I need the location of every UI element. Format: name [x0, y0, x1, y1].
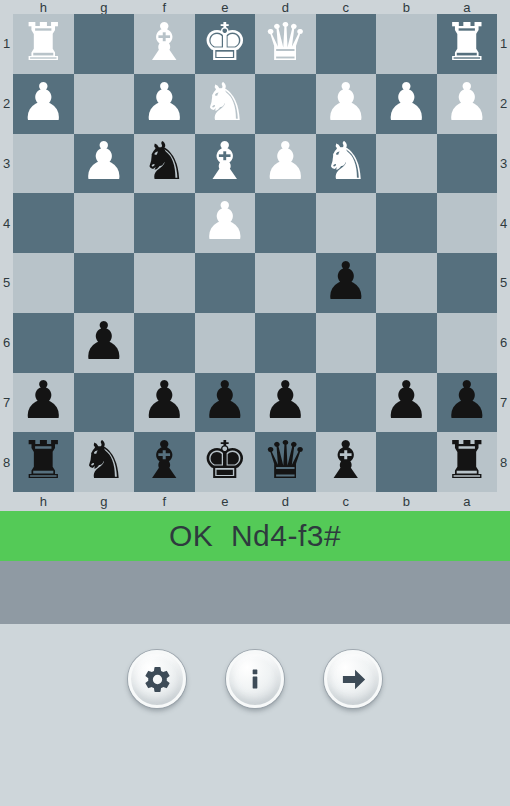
file-label-b: b [376, 0, 437, 14]
file-label-c: c [316, 0, 377, 14]
board-corner [497, 492, 510, 511]
file-label-e: e [195, 0, 256, 14]
status-bar: OK Nd4-f3# [0, 511, 510, 561]
chess-board: hgfedcba1♜♝♚♛♜12♟♟♞♟♟♟23♟♞♝♟♞34♟45♟56♟67… [0, 0, 510, 511]
square-h1[interactable]: ♜ [13, 14, 74, 74]
black-queen: ♛ [262, 434, 309, 486]
square-h4[interactable] [13, 193, 74, 253]
square-a7[interactable]: ♟ [437, 373, 498, 433]
square-d6[interactable] [255, 313, 316, 373]
next-button[interactable] [324, 650, 382, 708]
white-queen: ♛ [262, 16, 309, 68]
square-d2[interactable] [255, 74, 316, 134]
file-label-bottom-e: e [195, 492, 256, 511]
rank-label-right-8: 8 [497, 432, 510, 492]
file-label-bottom-a: a [437, 492, 498, 511]
black-pawn: ♟ [201, 374, 248, 426]
square-d4[interactable] [255, 193, 316, 253]
file-label-bottom-c: c [316, 492, 377, 511]
white-pawn: ♟ [80, 135, 127, 187]
file-label-h: h [13, 0, 74, 14]
square-h7[interactable]: ♟ [13, 373, 74, 433]
square-e2[interactable]: ♞ [195, 74, 256, 134]
square-f3[interactable]: ♞ [134, 134, 195, 194]
black-pawn: ♟ [322, 255, 369, 307]
file-label-bottom-h: h [13, 492, 74, 511]
black-bishop: ♝ [322, 434, 369, 486]
chess-app-screen: hgfedcba1♜♝♚♛♜12♟♟♞♟♟♟23♟♞♝♟♞34♟45♟56♟67… [0, 0, 510, 806]
rank-label-left-7: 7 [0, 373, 13, 433]
file-label-d: d [255, 0, 316, 14]
square-h2[interactable]: ♟ [13, 74, 74, 134]
settings-button[interactable] [128, 650, 186, 708]
white-pawn: ♟ [383, 76, 430, 128]
white-pawn: ♟ [201, 195, 248, 247]
square-b3[interactable] [376, 134, 437, 194]
square-b4[interactable] [376, 193, 437, 253]
square-e5[interactable] [195, 253, 256, 313]
board-corner [0, 492, 13, 511]
file-label-bottom-d: d [255, 492, 316, 511]
white-pawn: ♟ [443, 76, 490, 128]
move-list-panel [0, 561, 510, 624]
black-pawn: ♟ [383, 374, 430, 426]
square-h5[interactable] [13, 253, 74, 313]
square-e3[interactable]: ♝ [195, 134, 256, 194]
square-g7[interactable] [74, 373, 135, 433]
square-a1[interactable]: ♜ [437, 14, 498, 74]
white-pawn: ♟ [322, 76, 369, 128]
square-f4[interactable] [134, 193, 195, 253]
square-e1[interactable]: ♚ [195, 14, 256, 74]
black-pawn: ♟ [443, 374, 490, 426]
square-b1[interactable] [376, 14, 437, 74]
rank-label-right-2: 2 [497, 74, 510, 134]
white-knight: ♞ [322, 135, 369, 187]
rank-label-left-4: 4 [0, 193, 13, 253]
square-b6[interactable] [376, 313, 437, 373]
square-c5[interactable]: ♟ [316, 253, 377, 313]
black-pawn: ♟ [20, 374, 67, 426]
white-king: ♚ [201, 16, 248, 68]
square-c4[interactable] [316, 193, 377, 253]
rank-label-left-6: 6 [0, 313, 13, 373]
board-corner [497, 0, 510, 14]
info-button[interactable] [226, 650, 284, 708]
square-a8[interactable]: ♜ [437, 432, 498, 492]
rank-label-right-4: 4 [497, 193, 510, 253]
file-label-a: a [437, 0, 498, 14]
square-f7[interactable]: ♟ [134, 373, 195, 433]
square-b5[interactable] [376, 253, 437, 313]
white-rook: ♜ [443, 16, 490, 68]
square-g8[interactable]: ♞ [74, 432, 135, 492]
square-e8[interactable]: ♚ [195, 432, 256, 492]
square-g2[interactable] [74, 74, 135, 134]
square-c6[interactable] [316, 313, 377, 373]
square-g4[interactable] [74, 193, 135, 253]
square-c7[interactable] [316, 373, 377, 433]
black-rook: ♜ [443, 434, 490, 486]
white-bishop: ♝ [141, 16, 188, 68]
square-b2[interactable]: ♟ [376, 74, 437, 134]
white-knight: ♞ [201, 76, 248, 128]
square-c2[interactable]: ♟ [316, 74, 377, 134]
rank-label-right-7: 7 [497, 373, 510, 433]
black-rook: ♜ [20, 434, 67, 486]
square-g1[interactable] [74, 14, 135, 74]
rank-label-left-1: 1 [0, 14, 13, 74]
square-d1[interactable]: ♛ [255, 14, 316, 74]
square-a3[interactable] [437, 134, 498, 194]
square-c1[interactable] [316, 14, 377, 74]
square-a4[interactable] [437, 193, 498, 253]
square-e7[interactable]: ♟ [195, 373, 256, 433]
square-g3[interactable]: ♟ [74, 134, 135, 194]
square-a5[interactable] [437, 253, 498, 313]
status-message: OK Nd4-f3# [169, 519, 341, 553]
square-c8[interactable]: ♝ [316, 432, 377, 492]
arrow-right-icon [338, 664, 369, 695]
white-pawn: ♟ [141, 76, 188, 128]
file-label-bottom-g: g [74, 492, 135, 511]
file-label-bottom-b: b [376, 492, 437, 511]
black-bishop: ♝ [141, 434, 188, 486]
toolbar [0, 624, 510, 806]
white-rook: ♜ [20, 16, 67, 68]
square-h6[interactable] [13, 313, 74, 373]
square-b7[interactable]: ♟ [376, 373, 437, 433]
file-label-bottom-f: f [134, 492, 195, 511]
black-knight: ♞ [80, 434, 127, 486]
square-a2[interactable]: ♟ [437, 74, 498, 134]
square-d8[interactable]: ♛ [255, 432, 316, 492]
square-f5[interactable] [134, 253, 195, 313]
rank-label-left-8: 8 [0, 432, 13, 492]
black-pawn: ♟ [141, 374, 188, 426]
rank-label-right-6: 6 [497, 313, 510, 373]
file-label-g: g [74, 0, 135, 14]
square-b8[interactable] [376, 432, 437, 492]
rank-label-right-1: 1 [497, 14, 510, 74]
square-g6[interactable]: ♟ [74, 313, 135, 373]
black-pawn: ♟ [262, 374, 309, 426]
rank-label-right-3: 3 [497, 134, 510, 194]
square-c3[interactable]: ♞ [316, 134, 377, 194]
rank-label-right-5: 5 [497, 253, 510, 313]
square-e4[interactable]: ♟ [195, 193, 256, 253]
square-d7[interactable]: ♟ [255, 373, 316, 433]
file-label-f: f [134, 0, 195, 14]
white-pawn: ♟ [20, 76, 67, 128]
info-icon [241, 665, 269, 693]
square-d3[interactable]: ♟ [255, 134, 316, 194]
square-f1[interactable]: ♝ [134, 14, 195, 74]
rank-label-left-3: 3 [0, 134, 13, 194]
board-corner [0, 0, 13, 14]
black-pawn: ♟ [80, 315, 127, 367]
square-f6[interactable] [134, 313, 195, 373]
square-h3[interactable] [13, 134, 74, 194]
rank-label-left-2: 2 [0, 74, 13, 134]
black-knight: ♞ [141, 135, 188, 187]
square-a6[interactable] [437, 313, 498, 373]
square-d5[interactable] [255, 253, 316, 313]
square-h8[interactable]: ♜ [13, 432, 74, 492]
white-bishop: ♝ [201, 135, 248, 187]
rank-label-left-5: 5 [0, 253, 13, 313]
gear-icon [142, 664, 173, 695]
square-g5[interactable] [74, 253, 135, 313]
square-f2[interactable]: ♟ [134, 74, 195, 134]
square-e6[interactable] [195, 313, 256, 373]
square-f8[interactable]: ♝ [134, 432, 195, 492]
white-pawn: ♟ [262, 135, 309, 187]
black-king: ♚ [201, 434, 248, 486]
